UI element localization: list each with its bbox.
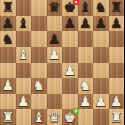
square-d5[interactable]: ♟ — [47, 47, 63, 63]
black-pawn-icon[interactable]: ♟ — [110, 16, 122, 31]
square-d7[interactable] — [47, 16, 63, 32]
square-f7[interactable]: ♟ — [78, 16, 94, 32]
square-e4[interactable]: ♟ — [62, 63, 78, 79]
square-g6[interactable] — [93, 31, 109, 47]
square-h4[interactable] — [109, 63, 125, 79]
square-h5[interactable] — [109, 47, 125, 63]
white-pawn-icon[interactable]: ♟ — [110, 94, 122, 109]
square-f3[interactable]: ♞ — [78, 78, 94, 94]
black-knight-icon[interactable]: ♞ — [95, 0, 107, 15]
square-e1[interactable]: ♚ — [62, 109, 78, 125]
black-rook-icon[interactable]: ♜ — [2, 0, 14, 15]
square-a7[interactable]: ♟ — [0, 16, 16, 32]
square-b8[interactable] — [16, 0, 32, 16]
square-f1[interactable] — [78, 109, 94, 125]
square-f4[interactable] — [78, 63, 94, 79]
black-queen-icon[interactable]: ♛ — [48, 0, 60, 15]
black-pawn-icon[interactable]: ♟ — [2, 16, 14, 31]
square-c7[interactable] — [31, 16, 47, 32]
square-b4[interactable] — [16, 63, 32, 79]
square-e8[interactable]: ♚ — [62, 0, 78, 16]
black-pawn-icon[interactable]: ♟ — [48, 32, 60, 47]
square-f8[interactable]: ♝ — [78, 0, 94, 16]
white-rook-icon[interactable]: ♜ — [2, 110, 14, 125]
white-pawn-icon[interactable]: ♟ — [64, 63, 76, 78]
square-a5[interactable] — [0, 47, 16, 63]
square-c4[interactable] — [31, 63, 47, 79]
square-h8[interactable]: ♜ — [109, 0, 125, 16]
square-b1[interactable] — [16, 109, 32, 125]
square-g5[interactable] — [93, 47, 109, 63]
square-b2[interactable]: ♟ — [16, 94, 32, 110]
square-b6[interactable] — [16, 31, 32, 47]
square-e3[interactable] — [62, 78, 78, 94]
square-a4[interactable] — [0, 63, 16, 79]
check-indicator-badge — [73, 0, 79, 5]
square-b7[interactable]: ♝ — [16, 16, 32, 32]
square-c8[interactable] — [31, 0, 47, 16]
square-f2[interactable]: ♟ — [78, 94, 94, 110]
black-pawn-icon[interactable]: ♟ — [64, 16, 76, 31]
white-queen-icon[interactable]: ♛ — [48, 110, 60, 125]
black-pawn-icon[interactable]: ♟ — [95, 16, 107, 31]
white-bishop-icon[interactable]: ♝ — [17, 47, 29, 62]
square-b3[interactable] — [16, 78, 32, 94]
square-a3[interactable]: ♟ — [0, 78, 16, 94]
white-rook-icon[interactable]: ♜ — [110, 110, 122, 125]
square-g2[interactable]: ♟ — [93, 94, 109, 110]
black-bishop-icon[interactable]: ♝ — [17, 16, 29, 31]
square-g8[interactable]: ♞ — [93, 0, 109, 16]
white-pawn-icon[interactable]: ♟ — [17, 94, 29, 109]
square-g1[interactable] — [93, 109, 109, 125]
square-d6[interactable]: ♟ — [47, 31, 63, 47]
square-g7[interactable]: ♟ — [93, 16, 109, 32]
square-e7[interactable]: ♟ — [62, 16, 78, 32]
square-d3[interactable] — [47, 78, 63, 94]
square-c5[interactable] — [31, 47, 47, 63]
square-h3[interactable] — [109, 78, 125, 94]
black-pawn-icon[interactable]: ♟ — [79, 16, 91, 31]
square-a6[interactable]: ♞ — [0, 31, 16, 47]
square-e6[interactable] — [62, 31, 78, 47]
square-g3[interactable] — [93, 78, 109, 94]
square-c3[interactable]: ♞ — [31, 78, 47, 94]
white-knight-icon[interactable]: ♞ — [33, 78, 45, 93]
white-pawn-icon[interactable]: ♟ — [95, 94, 107, 109]
square-d1[interactable]: ♛ — [47, 109, 63, 125]
square-d4[interactable] — [47, 63, 63, 79]
square-c1[interactable]: ♝ — [31, 109, 47, 125]
white-bishop-icon[interactable]: ♝ — [33, 110, 45, 125]
square-h1[interactable]: ♜ — [109, 109, 125, 125]
chess-app-board-view: ♜♛♚♝♞♜♟♝♟♟♟♟♞♟♝♟♟♟♞♞♟♟♟♟♜♝♛♚♜ — [0, 0, 124, 125]
square-h6[interactable] — [109, 31, 125, 47]
black-rook-icon[interactable]: ♜ — [110, 0, 122, 15]
square-c2[interactable] — [31, 94, 47, 110]
square-g4[interactable] — [93, 63, 109, 79]
square-d2[interactable] — [47, 94, 63, 110]
square-b5[interactable]: ♝ — [16, 47, 32, 63]
square-c6[interactable] — [31, 31, 47, 47]
square-a8[interactable]: ♜ — [0, 0, 16, 16]
square-d8[interactable]: ♛ — [47, 0, 63, 16]
black-knight-icon[interactable]: ♞ — [2, 32, 14, 47]
square-a2[interactable] — [0, 94, 16, 110]
white-pawn-icon[interactable]: ♟ — [2, 78, 14, 93]
white-pawn-icon[interactable]: ♟ — [79, 94, 91, 109]
white-pawn-icon[interactable]: ♟ — [48, 47, 60, 62]
square-e2[interactable] — [62, 94, 78, 110]
status-indicator-badge — [73, 108, 79, 114]
square-h7[interactable]: ♟ — [109, 16, 125, 32]
black-bishop-icon[interactable]: ♝ — [79, 0, 91, 15]
square-f6[interactable] — [78, 31, 94, 47]
white-knight-icon[interactable]: ♞ — [79, 78, 91, 93]
square-e5[interactable] — [62, 47, 78, 63]
chess-board: ♜♛♚♝♞♜♟♝♟♟♟♟♞♟♝♟♟♟♞♞♟♟♟♟♜♝♛♚♜ — [0, 0, 124, 125]
square-h2[interactable]: ♟ — [109, 94, 125, 110]
square-f5[interactable] — [78, 47, 94, 63]
square-a1[interactable]: ♜ — [0, 109, 16, 125]
